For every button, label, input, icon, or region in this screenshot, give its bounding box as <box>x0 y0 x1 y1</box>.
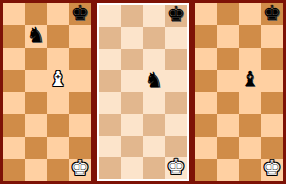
square <box>239 159 261 181</box>
square <box>121 136 143 158</box>
square <box>99 5 121 27</box>
target-square: ♝ <box>239 70 261 92</box>
square <box>217 25 239 47</box>
square <box>195 92 217 114</box>
square <box>25 3 47 25</box>
square <box>195 25 217 47</box>
square <box>69 70 91 92</box>
square <box>121 92 143 114</box>
board-right[interactable]: ♚♝♚ <box>192 0 286 184</box>
square <box>143 27 165 49</box>
square <box>25 70 47 92</box>
white-bishop: ♝ <box>49 70 68 91</box>
square <box>143 49 165 71</box>
square <box>261 25 283 47</box>
square <box>195 114 217 136</box>
square <box>195 159 217 181</box>
square <box>121 49 143 71</box>
square <box>69 92 91 114</box>
square <box>217 48 239 70</box>
square <box>261 92 283 114</box>
square <box>3 48 25 70</box>
square <box>165 49 187 71</box>
square <box>195 3 217 25</box>
square <box>165 92 187 114</box>
square <box>143 92 165 114</box>
square <box>217 137 239 159</box>
square <box>143 114 165 136</box>
square <box>99 49 121 71</box>
white-king: ♚ <box>167 157 186 177</box>
square <box>25 92 47 114</box>
square <box>3 25 25 47</box>
board-middle[interactable]: ♚♞♚ <box>94 0 192 184</box>
square <box>99 70 121 92</box>
square <box>261 114 283 136</box>
square <box>239 137 261 159</box>
square <box>99 27 121 49</box>
square: ♚ <box>261 159 283 181</box>
black-king: ♚ <box>263 3 282 24</box>
square <box>143 5 165 27</box>
square <box>165 70 187 92</box>
square <box>239 114 261 136</box>
black-king: ♚ <box>71 3 90 24</box>
black-knight: ♞ <box>145 70 164 90</box>
white-king: ♚ <box>263 159 282 180</box>
square <box>239 48 261 70</box>
square <box>121 70 143 92</box>
square <box>99 136 121 158</box>
square <box>217 70 239 92</box>
square <box>25 48 47 70</box>
square <box>99 157 121 179</box>
square <box>47 114 69 136</box>
square <box>47 92 69 114</box>
square <box>25 114 47 136</box>
white-king: ♚ <box>71 159 90 180</box>
square <box>25 159 47 181</box>
square <box>47 137 69 159</box>
target-square: ♞ <box>143 70 165 92</box>
square <box>261 137 283 159</box>
square <box>121 5 143 27</box>
square <box>195 70 217 92</box>
square <box>3 92 25 114</box>
boards-row: ♚♞♝♚ ♚♞♚ ♚♝♚ <box>0 0 286 184</box>
square: ♚ <box>69 3 91 25</box>
square <box>99 114 121 136</box>
black-king: ♚ <box>167 5 186 25</box>
square <box>121 157 143 179</box>
square <box>121 27 143 49</box>
square <box>165 27 187 49</box>
square: ♚ <box>261 3 283 25</box>
square <box>239 3 261 25</box>
square <box>47 159 69 181</box>
square <box>99 92 121 114</box>
square: ♞ <box>25 25 47 47</box>
square <box>217 3 239 25</box>
square <box>165 136 187 158</box>
square <box>3 137 25 159</box>
square <box>217 92 239 114</box>
square: ♚ <box>165 5 187 27</box>
square <box>69 48 91 70</box>
black-bishop: ♝ <box>241 70 260 91</box>
black-knight: ♞ <box>27 25 46 46</box>
square <box>3 114 25 136</box>
square <box>261 48 283 70</box>
square <box>195 137 217 159</box>
target-square: ♝ <box>47 70 69 92</box>
square <box>69 114 91 136</box>
square <box>261 70 283 92</box>
square <box>143 157 165 179</box>
square <box>47 25 69 47</box>
square <box>239 92 261 114</box>
square <box>47 3 69 25</box>
square <box>195 48 217 70</box>
square <box>239 25 261 47</box>
square <box>3 159 25 181</box>
square <box>217 114 239 136</box>
square <box>121 114 143 136</box>
square <box>47 48 69 70</box>
square <box>217 159 239 181</box>
board-left[interactable]: ♚♞♝♚ <box>0 0 94 184</box>
square <box>143 136 165 158</box>
square <box>69 137 91 159</box>
square <box>25 137 47 159</box>
square <box>165 114 187 136</box>
square <box>69 25 91 47</box>
square: ♚ <box>69 159 91 181</box>
square <box>3 3 25 25</box>
square <box>3 70 25 92</box>
square: ♚ <box>165 157 187 179</box>
